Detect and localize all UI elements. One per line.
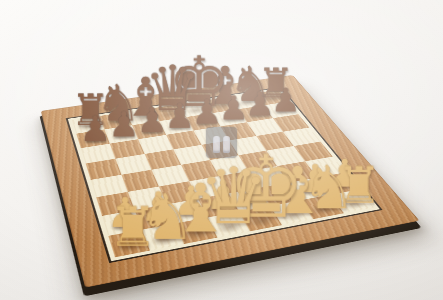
white-rook-icon: ♜ <box>73 202 192 254</box>
pieces-layer: ♜♞♝♛♚♝♞♜♟♟♟♟♟♟♟♟♟♟♟♟♟♟♟♟♜♞♝♛♚♝♞♜ <box>41 75 420 288</box>
piece-white-rook-a1: ♜ <box>108 230 150 258</box>
photo-stage: ♜♞♝♛♚♝♞♜♟♟♟♟♟♟♟♟♟♟♟♟♟♟♟♟♜♞♝♛♚♝♞♜ <box>0 0 443 300</box>
chess-board: ♜♞♝♛♚♝♞♜♟♟♟♟♟♟♟♟♟♟♟♟♟♟♟♟♜♞♝♛♚♝♞♜ <box>41 75 420 288</box>
piece-black-pawn-a7: ♟ <box>76 129 109 148</box>
watermark-logo <box>206 127 237 158</box>
black-pawn-icon: ♟ <box>47 113 144 146</box>
watermark-bar <box>213 136 220 153</box>
watermark-bar <box>223 136 230 153</box>
